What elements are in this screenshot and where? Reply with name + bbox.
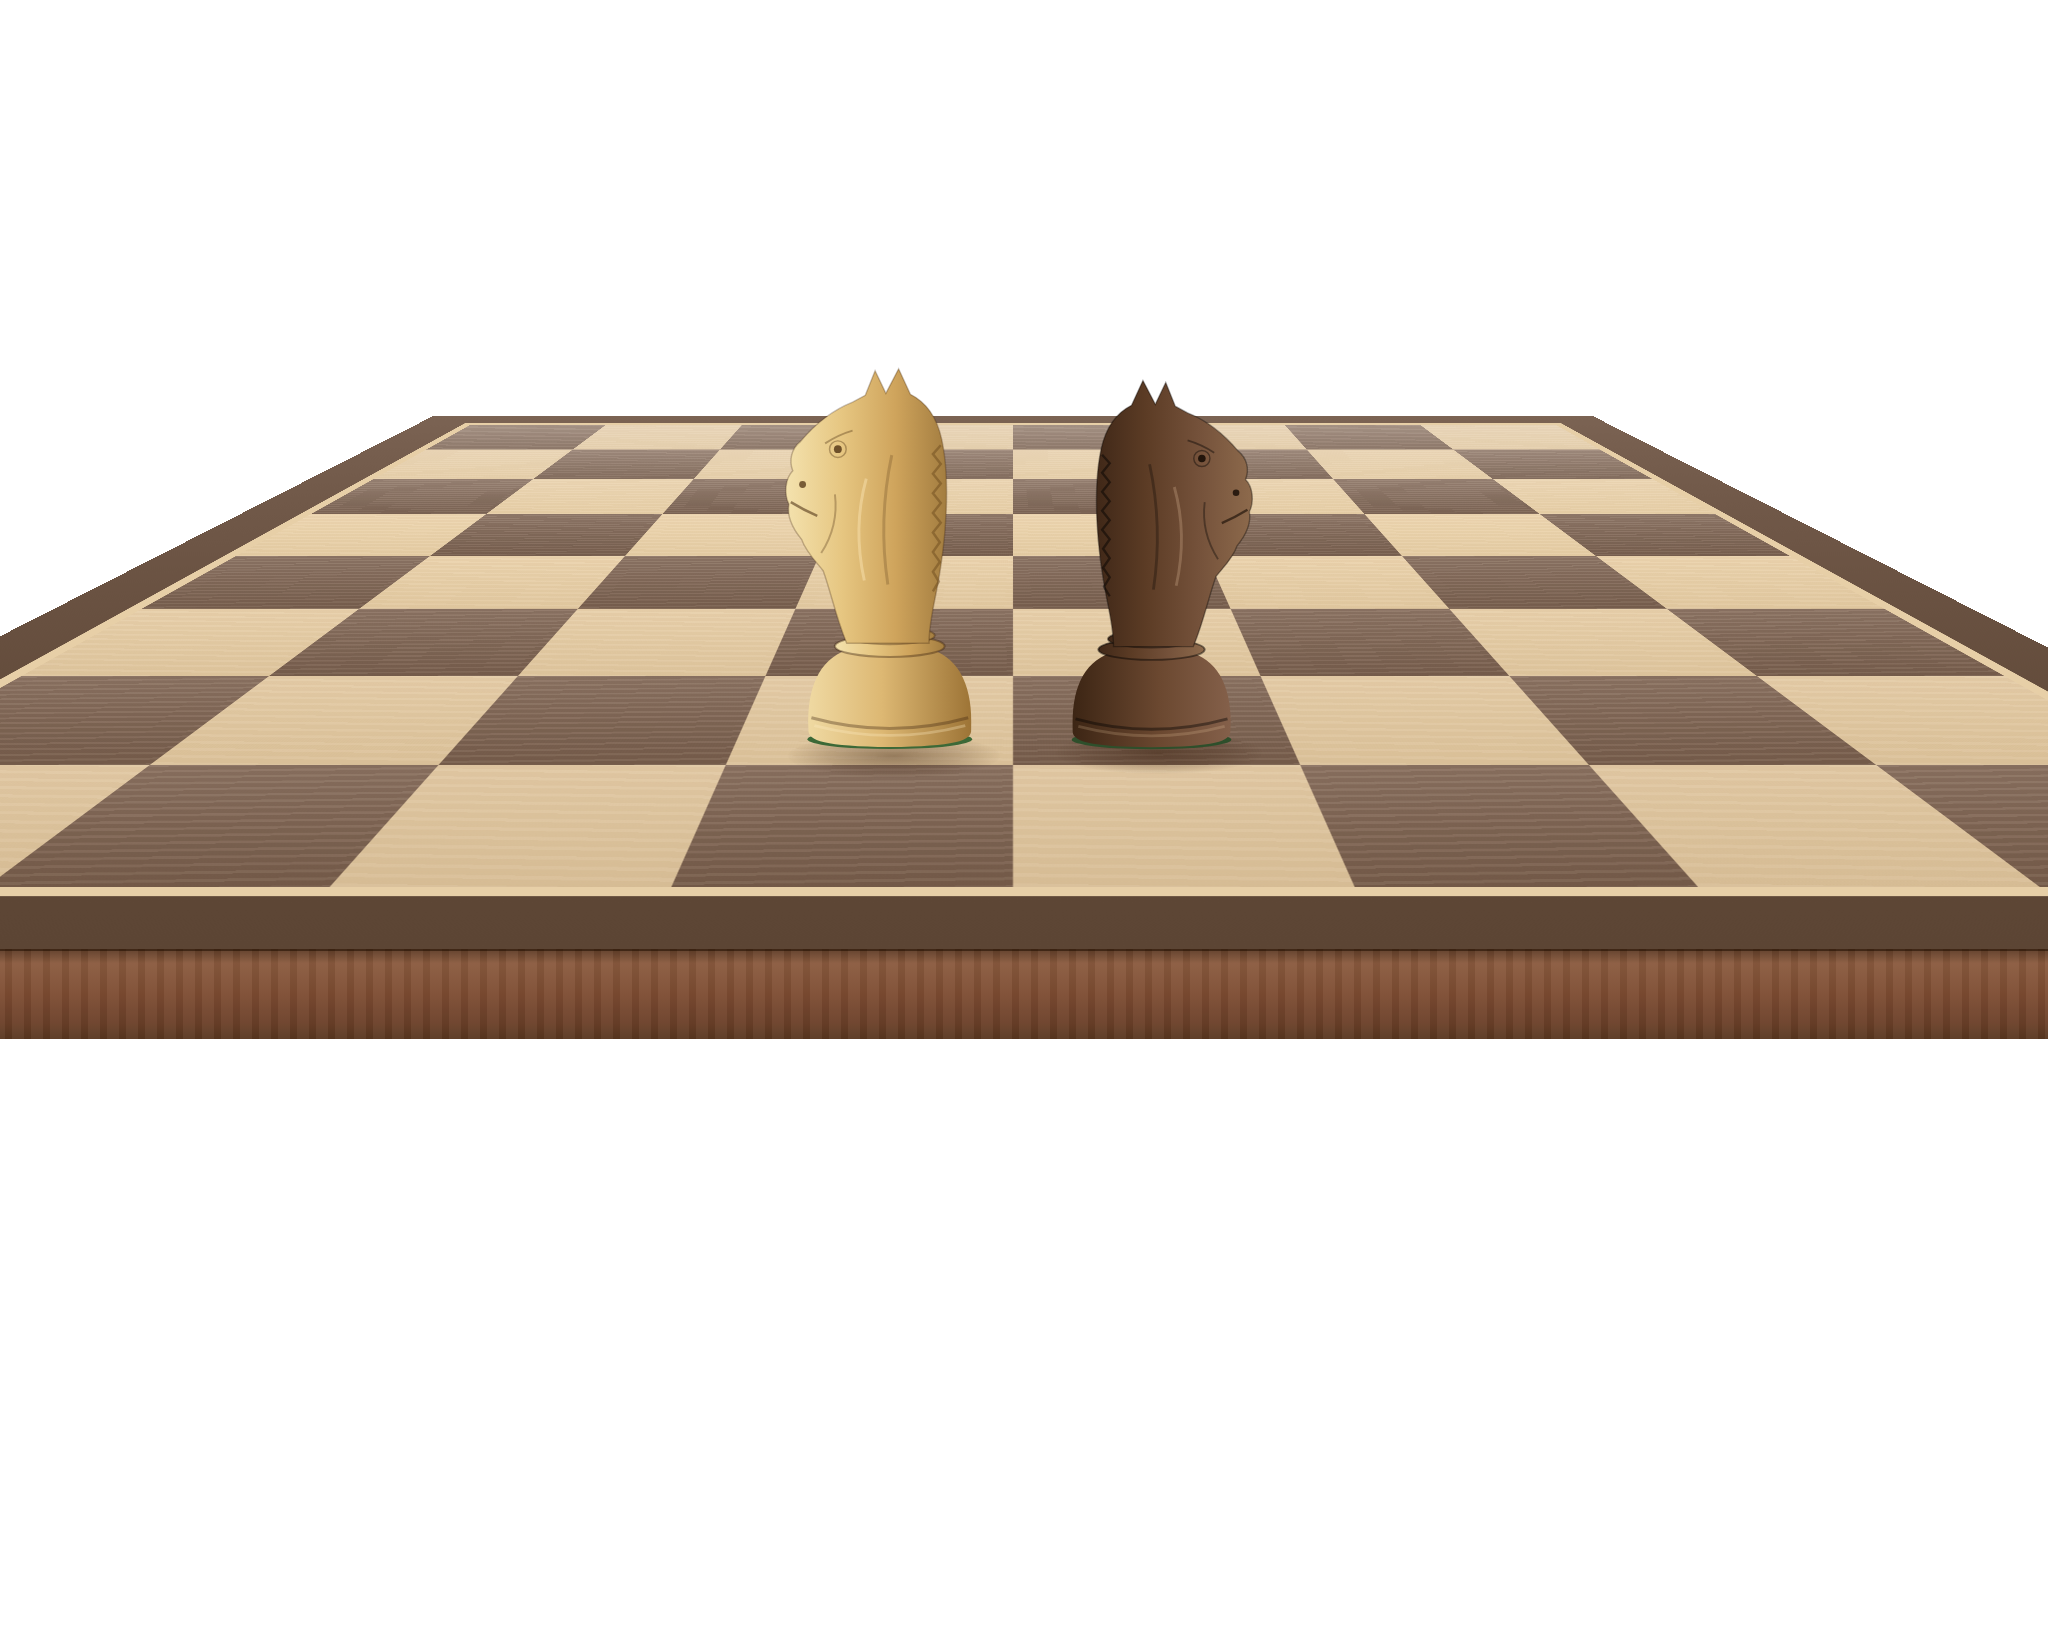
black-knight-icon xyxy=(1066,373,1256,753)
board-frame xyxy=(0,416,2048,951)
chessboard[interactable] xyxy=(0,416,2048,951)
photo-stage xyxy=(0,0,2048,1643)
square-d1[interactable] xyxy=(671,765,1013,887)
white-knight[interactable] xyxy=(782,361,978,753)
board-scene xyxy=(0,0,2048,1643)
black-knight[interactable] xyxy=(1066,373,1256,753)
white-knight-icon xyxy=(782,361,978,753)
board-inlay-line xyxy=(0,423,2048,896)
board-side-edge xyxy=(0,949,2048,1039)
board-grid xyxy=(0,425,2048,887)
square-e1[interactable] xyxy=(1013,765,1355,887)
